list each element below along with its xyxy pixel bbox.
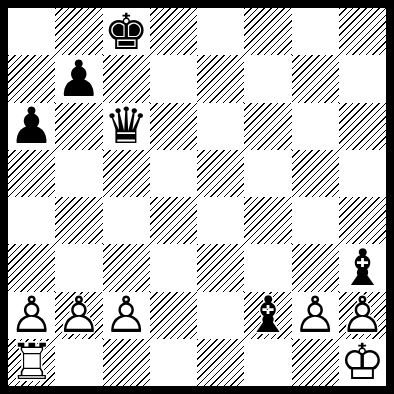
piece-black-pawn: ♟ xyxy=(8,103,55,150)
piece-white-pawn: ♙ xyxy=(103,292,150,339)
piece-black-king: ♚ xyxy=(103,8,150,55)
piece-white-king-fill: ♚ xyxy=(339,339,386,386)
piece-white-rook-fill: ♜ xyxy=(8,339,55,386)
square-g4[interactable] xyxy=(292,197,339,244)
square-b5[interactable] xyxy=(55,150,102,197)
square-a6[interactable]: ♟ xyxy=(8,103,55,150)
piece-white-king: ♔ xyxy=(339,339,386,386)
square-a4[interactable] xyxy=(8,197,55,244)
piece-white-pawn-fill: ♟ xyxy=(339,292,386,339)
square-d7[interactable] xyxy=(150,55,197,102)
square-h1[interactable]: ♚♔ xyxy=(339,339,386,386)
piece-white-pawn: ♙ xyxy=(8,292,55,339)
piece-white-pawn: ♙ xyxy=(55,292,102,339)
square-h2[interactable]: ♟♙ xyxy=(339,292,386,339)
square-f6[interactable] xyxy=(244,103,291,150)
square-c7[interactable] xyxy=(103,55,150,102)
piece-black-queen: ♛ xyxy=(103,103,150,150)
square-f5[interactable] xyxy=(244,150,291,197)
piece-black-pawn: ♟ xyxy=(55,55,102,102)
square-e4[interactable] xyxy=(197,197,244,244)
square-e5[interactable] xyxy=(197,150,244,197)
square-h6[interactable] xyxy=(339,103,386,150)
square-a3[interactable] xyxy=(8,244,55,291)
square-d5[interactable] xyxy=(150,150,197,197)
square-g8[interactable] xyxy=(292,8,339,55)
square-h5[interactable] xyxy=(339,150,386,197)
square-b1[interactable] xyxy=(55,339,102,386)
square-b6[interactable] xyxy=(55,103,102,150)
piece-white-pawn: ♙ xyxy=(339,292,386,339)
square-f4[interactable] xyxy=(244,197,291,244)
square-g5[interactable] xyxy=(292,150,339,197)
square-a1[interactable]: ♜♖ xyxy=(8,339,55,386)
square-d2[interactable] xyxy=(150,292,197,339)
piece-white-pawn-fill: ♟ xyxy=(292,292,339,339)
square-a5[interactable] xyxy=(8,150,55,197)
square-d1[interactable] xyxy=(150,339,197,386)
square-c3[interactable] xyxy=(103,244,150,291)
square-d6[interactable] xyxy=(150,103,197,150)
chess-diagram: ♚♟♟♛♝♟♙♟♙♟♙♝♟♙♟♙♜♖♚♔ xyxy=(0,0,394,394)
square-f8[interactable] xyxy=(244,8,291,55)
square-c6[interactable]: ♛ xyxy=(103,103,150,150)
piece-white-pawn-fill: ♟ xyxy=(103,292,150,339)
square-d3[interactable] xyxy=(150,244,197,291)
piece-white-pawn: ♙ xyxy=(292,292,339,339)
square-a7[interactable] xyxy=(8,55,55,102)
square-g2[interactable]: ♟♙ xyxy=(292,292,339,339)
square-c4[interactable] xyxy=(103,197,150,244)
square-h8[interactable] xyxy=(339,8,386,55)
square-f7[interactable] xyxy=(244,55,291,102)
square-b7[interactable]: ♟ xyxy=(55,55,102,102)
chess-board: ♚♟♟♛♝♟♙♟♙♟♙♝♟♙♟♙♜♖♚♔ xyxy=(0,0,394,394)
square-a2[interactable]: ♟♙ xyxy=(8,292,55,339)
square-e2[interactable] xyxy=(197,292,244,339)
square-d8[interactable] xyxy=(150,8,197,55)
square-b8[interactable] xyxy=(55,8,102,55)
square-d4[interactable] xyxy=(150,197,197,244)
square-b4[interactable] xyxy=(55,197,102,244)
square-c8[interactable]: ♚ xyxy=(103,8,150,55)
piece-white-rook: ♖ xyxy=(8,339,55,386)
square-e6[interactable] xyxy=(197,103,244,150)
square-h4[interactable] xyxy=(339,197,386,244)
square-f2[interactable]: ♝ xyxy=(244,292,291,339)
square-g7[interactable] xyxy=(292,55,339,102)
piece-black-bishop: ♝ xyxy=(244,292,291,339)
square-g1[interactable] xyxy=(292,339,339,386)
square-b3[interactable] xyxy=(55,244,102,291)
piece-black-bishop: ♝ xyxy=(339,244,386,291)
square-f3[interactable] xyxy=(244,244,291,291)
piece-white-pawn-fill: ♟ xyxy=(55,292,102,339)
square-h7[interactable] xyxy=(339,55,386,102)
square-e8[interactable] xyxy=(197,8,244,55)
square-a8[interactable] xyxy=(8,8,55,55)
square-e3[interactable] xyxy=(197,244,244,291)
square-c1[interactable] xyxy=(103,339,150,386)
square-h3[interactable]: ♝ xyxy=(339,244,386,291)
square-g6[interactable] xyxy=(292,103,339,150)
piece-white-pawn-fill: ♟ xyxy=(8,292,55,339)
square-e1[interactable] xyxy=(197,339,244,386)
square-c5[interactable] xyxy=(103,150,150,197)
square-f1[interactable] xyxy=(244,339,291,386)
square-g3[interactable] xyxy=(292,244,339,291)
square-c2[interactable]: ♟♙ xyxy=(103,292,150,339)
square-e7[interactable] xyxy=(197,55,244,102)
square-b2[interactable]: ♟♙ xyxy=(55,292,102,339)
